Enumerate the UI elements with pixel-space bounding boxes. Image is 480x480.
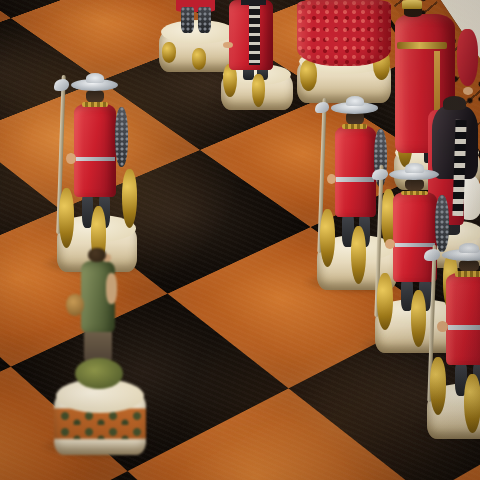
pawn-gold-collar [82, 102, 108, 107]
green-pawn-piece[interactable] [52, 248, 148, 455]
king-sleeve [457, 29, 479, 86]
king-hand [463, 87, 472, 95]
pawn-axe-blade [372, 169, 388, 180]
bishop-collar [241, 0, 266, 5]
red-bishop-piece[interactable] [218, 0, 296, 110]
rook-leg [181, 7, 194, 33]
gold-crown-ornament [464, 374, 480, 433]
green-figure-arm [106, 273, 118, 304]
pawn-hair [405, 179, 424, 191]
red-queen-piece[interactable] [293, 0, 395, 103]
pawn-hair [86, 90, 104, 103]
king-gold-belt [397, 42, 448, 49]
pawn-helmet-dome [346, 96, 364, 106]
gold-crown-ornament [122, 169, 137, 229]
gold-crown-ornament [430, 357, 446, 416]
chessboard-photo-stage [0, 0, 480, 480]
piece-base-polka-dot [54, 393, 146, 455]
red-pawn-piece[interactable] [423, 243, 480, 439]
pawn-helmet-dome [459, 243, 479, 253]
gold-crown-ornament [320, 209, 335, 267]
green-figure-foliage-mound [75, 358, 123, 389]
pawn-axe-blade [424, 249, 440, 261]
rook-leg [198, 7, 211, 33]
pawn-helmet-dome [405, 163, 424, 173]
king-hair [404, 8, 422, 17]
pawn-chainmail-arm [115, 107, 128, 167]
pawn-red-surcoat [335, 126, 376, 217]
pawn-sword-belt [336, 177, 374, 182]
pawn-axe-blade [54, 79, 69, 91]
pawn-hand [66, 153, 76, 164]
pawn-gold-collar [401, 191, 428, 196]
queen-gown [297, 0, 391, 66]
gold-crown-ornament [351, 226, 366, 284]
pawn-red-surcoat [74, 104, 116, 198]
pawn-sword-belt [448, 325, 480, 330]
pawn-helmet-dome [86, 73, 104, 83]
pawn-axe-blade [315, 102, 330, 114]
gold-crown-ornament [252, 74, 265, 107]
red-pawn-piece[interactable] [53, 73, 141, 272]
bishop-hood [443, 96, 466, 110]
pawn-red-surcoat [446, 273, 480, 365]
green-figure-hair [88, 248, 105, 262]
pawn-gold-collar [455, 271, 480, 276]
king-gold-crown [402, 0, 422, 9]
pawn-gold-collar [342, 124, 367, 129]
pawn-sword-belt [76, 157, 115, 162]
bishop-checkered-stole [249, 0, 260, 65]
pawn-hand [437, 321, 448, 332]
green-figure-satchel [66, 294, 83, 317]
